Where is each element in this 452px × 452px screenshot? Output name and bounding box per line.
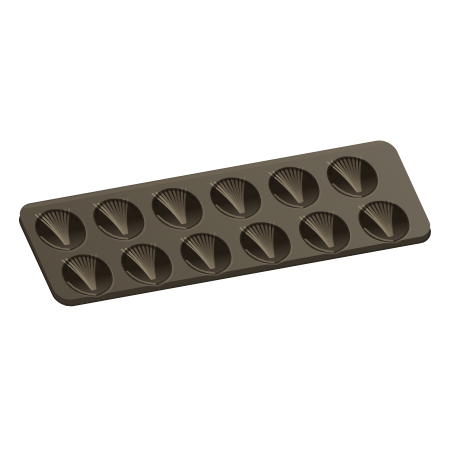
- madeleine-tray-svg: [0, 0, 452, 452]
- madeleine-tray: [12, 138, 437, 308]
- product-photo-canvas: [0, 0, 452, 452]
- product-photo: [0, 0, 452, 452]
